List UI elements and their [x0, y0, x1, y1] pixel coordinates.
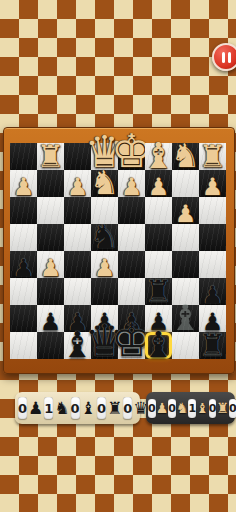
- square-a6[interactable]: [10, 278, 37, 305]
- square-d2[interactable]: ♞: [91, 170, 118, 197]
- square-e8[interactable]: ♚: [118, 332, 145, 359]
- square-f8[interactable]: ♝: [145, 332, 172, 359]
- square-g4[interactable]: [172, 224, 199, 251]
- captured-count-white-queen: 0: [229, 399, 236, 418]
- square-g3[interactable]: ♟: [172, 197, 199, 224]
- square-b3[interactable]: [37, 197, 64, 224]
- captured-count-black-pawn: 0: [18, 397, 27, 419]
- square-b2[interactable]: [37, 170, 64, 197]
- white-pawn[interactable]: ♟: [13, 175, 35, 199]
- square-b5[interactable]: ♟: [37, 251, 64, 278]
- black-pawn[interactable]: ♟: [13, 256, 35, 280]
- black-pawn-icon: ♟: [28, 400, 43, 417]
- square-b1[interactable]: ♜: [37, 143, 64, 170]
- white-pawn[interactable]: ♟: [94, 256, 116, 280]
- board-frame: ♜♛♚♝♞♜♟♟♞♟♟♟♟♞♟♟♟♜♟♟♟♟♟♟♝♟♝♛♚♝♜: [3, 127, 235, 374]
- white-pawn[interactable]: ♟: [175, 202, 197, 226]
- square-h2[interactable]: ♟: [199, 170, 226, 197]
- square-f3[interactable]: [145, 197, 172, 224]
- square-h6[interactable]: ♟: [199, 278, 226, 305]
- black-rook[interactable]: ♜: [145, 276, 173, 307]
- pause-icon: [228, 52, 231, 63]
- black-rook[interactable]: ♜: [199, 330, 227, 361]
- captured-black-pieces-tray: 0♟1♞0♝0♜0♛: [15, 392, 140, 424]
- pause-button[interactable]: [212, 43, 236, 71]
- pause-icon: [222, 52, 225, 63]
- square-g5[interactable]: [172, 251, 199, 278]
- square-c6[interactable]: [64, 278, 91, 305]
- black-knight-icon: ♞: [54, 400, 69, 417]
- chess-app-screen: ♜♛♚♝♞♜♟♟♞♟♟♟♟♞♟♟♟♜♟♟♟♟♟♟♝♟♝♛♚♝♜ 0♟1♞0♝0♜…: [0, 0, 236, 512]
- square-h1[interactable]: ♜: [199, 143, 226, 170]
- white-knight[interactable]: ♞: [90, 166, 120, 199]
- square-a5[interactable]: ♟: [10, 251, 37, 278]
- square-a2[interactable]: ♟: [10, 170, 37, 197]
- square-c3[interactable]: [64, 197, 91, 224]
- square-g2[interactable]: [172, 170, 199, 197]
- captured-count-white-pawn: 0: [148, 399, 156, 418]
- square-f2[interactable]: ♟: [145, 170, 172, 197]
- captured-count-black-bishop: 0: [71, 397, 80, 419]
- square-e6[interactable]: [118, 278, 145, 305]
- square-a7[interactable]: [10, 305, 37, 332]
- black-bishop-icon: ♝: [81, 400, 96, 417]
- black-bishop[interactable]: ♝: [142, 327, 174, 363]
- square-a4[interactable]: [10, 224, 37, 251]
- square-h4[interactable]: [199, 224, 226, 251]
- white-pawn[interactable]: ♟: [148, 175, 170, 199]
- white-pawn[interactable]: ♟: [67, 175, 89, 199]
- square-e1[interactable]: ♚: [118, 143, 145, 170]
- square-a1[interactable]: [10, 143, 37, 170]
- square-g1[interactable]: ♞: [172, 143, 199, 170]
- captured-count-black-queen: 0: [123, 397, 132, 419]
- square-e4[interactable]: [118, 224, 145, 251]
- white-bishop-icon: ♝: [196, 401, 209, 415]
- square-b4[interactable]: [37, 224, 64, 251]
- square-f6[interactable]: ♜: [145, 278, 172, 305]
- square-a8[interactable]: [10, 332, 37, 359]
- square-d5[interactable]: ♟: [91, 251, 118, 278]
- square-b8[interactable]: [37, 332, 64, 359]
- black-knight[interactable]: ♞: [90, 220, 120, 253]
- square-c5[interactable]: [64, 251, 91, 278]
- captured-white-pieces-tray: 0♟0♞1♝0♜0♛: [146, 392, 235, 424]
- square-c2[interactable]: ♟: [64, 170, 91, 197]
- chess-board[interactable]: ♜♛♚♝♞♜♟♟♞♟♟♟♟♞♟♟♟♜♟♟♟♟♟♟♝♟♝♛♚♝♜: [10, 143, 226, 359]
- square-d4[interactable]: ♞: [91, 224, 118, 251]
- square-f1[interactable]: ♝: [145, 143, 172, 170]
- captured-count-black-rook: 0: [97, 397, 106, 419]
- square-b7[interactable]: ♟: [37, 305, 64, 332]
- captured-count-white-knight: 0: [168, 399, 176, 418]
- square-f4[interactable]: [145, 224, 172, 251]
- white-pawn[interactable]: ♟: [202, 175, 224, 199]
- white-pawn[interactable]: ♟: [121, 175, 143, 199]
- captured-count-white-rook: 0: [209, 399, 217, 418]
- square-g7[interactable]: ♝: [172, 305, 199, 332]
- white-knight[interactable]: ♞: [171, 139, 201, 172]
- white-knight-icon: ♞: [176, 401, 189, 415]
- black-pawn[interactable]: ♟: [202, 283, 224, 307]
- square-b6[interactable]: [37, 278, 64, 305]
- square-h5[interactable]: [199, 251, 226, 278]
- captured-count-black-knight: 1: [44, 397, 53, 419]
- square-h8[interactable]: ♜: [199, 332, 226, 359]
- captured-count-white-bishop: 1: [188, 399, 196, 418]
- square-e2[interactable]: ♟: [118, 170, 145, 197]
- square-h3[interactable]: [199, 197, 226, 224]
- white-rook[interactable]: ♜: [37, 141, 65, 172]
- square-e3[interactable]: [118, 197, 145, 224]
- white-pawn-icon: ♟: [156, 401, 169, 415]
- square-g8[interactable]: [172, 332, 199, 359]
- black-rook-icon: ♜: [107, 400, 122, 417]
- square-e5[interactable]: [118, 251, 145, 278]
- square-a3[interactable]: [10, 197, 37, 224]
- white-pawn[interactable]: ♟: [40, 256, 62, 280]
- white-rook-icon: ♜: [216, 401, 229, 415]
- square-c4[interactable]: [64, 224, 91, 251]
- black-pawn[interactable]: ♟: [40, 310, 62, 334]
- white-rook[interactable]: ♜: [199, 141, 227, 172]
- square-d6[interactable]: [91, 278, 118, 305]
